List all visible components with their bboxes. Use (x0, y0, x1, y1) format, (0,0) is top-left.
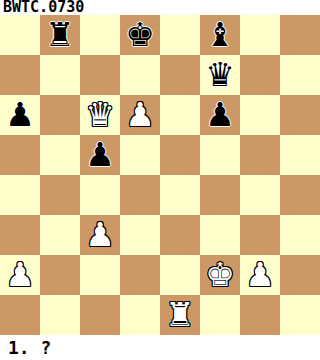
square-d6[interactable]: ♟ (120, 95, 160, 135)
piece-black-pawn[interactable]: ♟ (5, 95, 35, 135)
square-e6[interactable] (160, 95, 200, 135)
square-b2[interactable] (40, 255, 80, 295)
square-b5[interactable] (40, 135, 80, 175)
square-d3[interactable] (120, 215, 160, 255)
square-h5[interactable] (280, 135, 320, 175)
square-h4[interactable] (280, 175, 320, 215)
square-e2[interactable] (160, 255, 200, 295)
square-f3[interactable] (200, 215, 240, 255)
square-c8[interactable] (80, 15, 120, 55)
square-d2[interactable] (120, 255, 160, 295)
square-a7[interactable] (0, 55, 40, 95)
piece-white-pawn[interactable]: ♟ (245, 255, 275, 295)
puzzle-id-label: BWTC.0730 (0, 0, 84, 15)
square-e5[interactable] (160, 135, 200, 175)
square-g5[interactable] (240, 135, 280, 175)
square-g4[interactable] (240, 175, 280, 215)
square-e7[interactable] (160, 55, 200, 95)
square-a4[interactable] (0, 175, 40, 215)
square-g3[interactable] (240, 215, 280, 255)
chess-app-window: BWTC.0730 ♜♚♝♛♟♛♟♟♟♟♟♚♟♜ 1. ? (0, 0, 320, 360)
square-b1[interactable] (40, 295, 80, 335)
piece-white-pawn[interactable]: ♟ (5, 255, 35, 295)
square-c3[interactable]: ♟ (80, 215, 120, 255)
square-h1[interactable] (280, 295, 320, 335)
square-a5[interactable] (0, 135, 40, 175)
square-f7[interactable]: ♛ (200, 55, 240, 95)
piece-black-bishop[interactable]: ♝ (205, 15, 235, 55)
piece-black-king[interactable]: ♚ (125, 15, 155, 55)
square-h6[interactable] (280, 95, 320, 135)
piece-white-king[interactable]: ♚ (205, 255, 235, 295)
square-c7[interactable] (80, 55, 120, 95)
square-d4[interactable] (120, 175, 160, 215)
square-c5[interactable]: ♟ (80, 135, 120, 175)
square-g7[interactable] (240, 55, 280, 95)
square-f8[interactable]: ♝ (200, 15, 240, 55)
piece-black-pawn[interactable]: ♟ (85, 135, 115, 175)
square-c6[interactable]: ♛ (80, 95, 120, 135)
piece-black-pawn[interactable]: ♟ (205, 95, 235, 135)
square-a1[interactable] (0, 295, 40, 335)
square-e4[interactable] (160, 175, 200, 215)
square-f5[interactable] (200, 135, 240, 175)
square-e1[interactable]: ♜ (160, 295, 200, 335)
header-bar: BWTC.0730 (0, 0, 320, 15)
square-a6[interactable]: ♟ (0, 95, 40, 135)
square-d1[interactable] (120, 295, 160, 335)
square-b7[interactable] (40, 55, 80, 95)
square-a2[interactable]: ♟ (0, 255, 40, 295)
square-e8[interactable] (160, 15, 200, 55)
square-a8[interactable] (0, 15, 40, 55)
footer-bar: 1. ? (0, 335, 320, 360)
square-h2[interactable] (280, 255, 320, 295)
chess-board: ♜♚♝♛♟♛♟♟♟♟♟♚♟♜ (0, 15, 320, 335)
square-h7[interactable] (280, 55, 320, 95)
square-h3[interactable] (280, 215, 320, 255)
square-g8[interactable] (240, 15, 280, 55)
square-f4[interactable] (200, 175, 240, 215)
piece-black-rook[interactable]: ♜ (45, 15, 75, 55)
piece-white-rook[interactable]: ♜ (165, 295, 195, 335)
square-a3[interactable] (0, 215, 40, 255)
square-g2[interactable]: ♟ (240, 255, 280, 295)
square-e3[interactable] (160, 215, 200, 255)
square-h8[interactable] (280, 15, 320, 55)
square-d8[interactable]: ♚ (120, 15, 160, 55)
square-g6[interactable] (240, 95, 280, 135)
square-g1[interactable] (240, 295, 280, 335)
square-b4[interactable] (40, 175, 80, 215)
piece-white-pawn[interactable]: ♟ (85, 215, 115, 255)
square-b8[interactable]: ♜ (40, 15, 80, 55)
square-b6[interactable] (40, 95, 80, 135)
square-d5[interactable] (120, 135, 160, 175)
move-prompt-label: 1. ? (0, 337, 51, 358)
square-f1[interactable] (200, 295, 240, 335)
piece-white-queen[interactable]: ♛ (85, 95, 115, 135)
square-f6[interactable]: ♟ (200, 95, 240, 135)
square-c4[interactable] (80, 175, 120, 215)
square-f2[interactable]: ♚ (200, 255, 240, 295)
square-c2[interactable] (80, 255, 120, 295)
square-c1[interactable] (80, 295, 120, 335)
piece-white-pawn[interactable]: ♟ (125, 95, 155, 135)
square-b3[interactable] (40, 215, 80, 255)
square-d7[interactable] (120, 55, 160, 95)
piece-black-queen[interactable]: ♛ (205, 55, 235, 95)
